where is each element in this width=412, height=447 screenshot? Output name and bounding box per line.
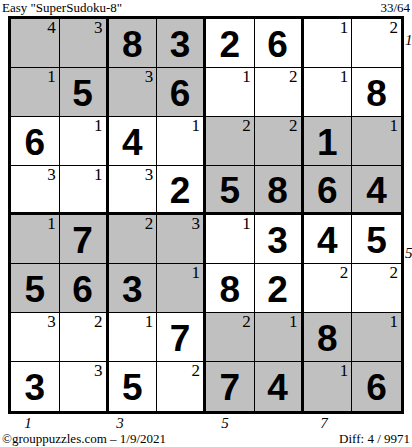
cell-r8c3[interactable]: 5 xyxy=(109,362,158,411)
pencil-mark: 1 xyxy=(340,18,349,38)
cell-value: 2 xyxy=(220,24,241,63)
pencil-mark: 2 xyxy=(242,312,251,332)
cell-r6c2[interactable]: 6 xyxy=(60,264,109,313)
cell-r8c4[interactable]: 2 xyxy=(157,362,206,411)
cell-r8c1[interactable]: 3 xyxy=(11,362,60,411)
cell-value: 2 xyxy=(170,170,191,209)
pencil-mark: 1 xyxy=(192,116,201,136)
pencil-mark: 2 xyxy=(242,116,251,136)
cell-r7c3[interactable]: 1 xyxy=(109,313,158,362)
cell-value: 6 xyxy=(72,269,93,308)
cell-r3c7[interactable]: 1 xyxy=(304,117,353,166)
row-label-1: 1 xyxy=(405,33,412,48)
cell-r7c6[interactable]: 1 xyxy=(255,313,304,362)
pencil-mark: 1 xyxy=(242,214,251,234)
cell-value: 7 xyxy=(170,318,191,357)
cell-r5c6[interactable]: 3 xyxy=(255,215,304,264)
cell-r7c7[interactable]: 8 xyxy=(304,313,353,362)
cell-value: 1 xyxy=(317,122,338,161)
cell-value: 8 xyxy=(122,24,143,63)
pencil-mark: 1 xyxy=(289,312,298,332)
cell-r7c5[interactable]: 2 xyxy=(206,313,255,362)
cell-r8c2[interactable]: 3 xyxy=(60,362,109,411)
cell-r2c3[interactable]: 3 xyxy=(109,68,158,117)
cell-value: 8 xyxy=(220,269,241,308)
cell-r7c1[interactable]: 3 xyxy=(11,313,60,362)
cell-value: 7 xyxy=(72,220,93,259)
pencil-mark: 1 xyxy=(145,312,154,332)
cell-r4c1[interactable]: 3 xyxy=(11,166,60,215)
cell-r2c5[interactable]: 1 xyxy=(206,68,255,117)
cell-r7c2[interactable]: 2 xyxy=(60,313,109,362)
progress-counter: 33/64 xyxy=(380,0,410,15)
pencil-mark: 3 xyxy=(192,214,201,234)
pencil-mark: 4 xyxy=(47,18,56,38)
cell-r4c3[interactable]: 3 xyxy=(109,166,158,215)
cell-r1c7[interactable]: 1 xyxy=(304,19,353,68)
cell-r3c6[interactable]: 2 xyxy=(255,117,304,166)
cell-value: 6 xyxy=(170,73,191,112)
cell-value: 8 xyxy=(317,318,338,357)
pencil-mark: 1 xyxy=(47,214,56,234)
cell-r6c4[interactable]: 1 xyxy=(157,264,206,313)
pencil-mark: 2 xyxy=(145,214,154,234)
cell-r5c3[interactable]: 2 xyxy=(109,215,158,264)
cell-value: 6 xyxy=(317,170,338,209)
cell-r1c2[interactable]: 3 xyxy=(60,19,109,68)
copyright-text: ©grouppuzzles.com – 1/9/2021 xyxy=(2,431,166,446)
cell-r4c5[interactable]: 5 xyxy=(206,166,255,215)
pencil-mark: 1 xyxy=(340,67,349,87)
cell-value: 8 xyxy=(366,73,387,112)
cell-r2c2[interactable]: 5 xyxy=(60,68,109,117)
pencil-mark: 2 xyxy=(390,18,399,38)
pencil-mark: 2 xyxy=(340,263,349,283)
pencil-mark: 1 xyxy=(390,116,399,136)
cell-r1c5[interactable]: 2 xyxy=(206,19,255,68)
cell-value: 6 xyxy=(267,24,288,63)
cell-r2c7[interactable]: 1 xyxy=(304,68,353,117)
cell-r6c6[interactable]: 2 xyxy=(255,264,304,313)
cell-value: 5 xyxy=(366,220,387,259)
cell-value: 5 xyxy=(25,269,46,308)
cell-r1c8[interactable]: 2 xyxy=(352,19,401,68)
cell-value: 7 xyxy=(220,367,241,406)
cell-r1c6[interactable]: 6 xyxy=(255,19,304,68)
cell-value: 5 xyxy=(122,367,143,406)
cell-r5c8[interactable]: 5 xyxy=(352,215,401,264)
pencil-mark: 2 xyxy=(94,312,103,332)
cell-r7c4[interactable]: 7 xyxy=(157,313,206,362)
cell-r2c8[interactable]: 8 xyxy=(352,68,401,117)
pencil-mark: 3 xyxy=(47,165,56,185)
cell-r3c3[interactable]: 4 xyxy=(109,117,158,166)
cell-r2c1[interactable]: 1 xyxy=(11,68,60,117)
row-label-5: 5 xyxy=(405,246,412,261)
cell-value: 6 xyxy=(25,122,46,161)
cell-r6c5[interactable]: 8 xyxy=(206,264,255,313)
sudoku-board: 4383261215361218614122113132586417231345… xyxy=(8,16,404,414)
col-label-1: 1 xyxy=(18,416,38,431)
cell-value: 4 xyxy=(122,122,143,161)
cell-r3c4[interactable]: 1 xyxy=(157,117,206,166)
cell-value: 3 xyxy=(122,269,143,308)
cell-value: 5 xyxy=(72,73,93,112)
pencil-mark: 1 xyxy=(94,165,103,185)
cell-r4c2[interactable]: 1 xyxy=(60,166,109,215)
cell-r3c2[interactable]: 1 xyxy=(60,117,109,166)
cell-value: 6 xyxy=(366,367,387,406)
pencil-mark: 1 xyxy=(192,263,201,283)
cell-r1c1[interactable]: 4 xyxy=(11,19,60,68)
pencil-mark: 3 xyxy=(94,361,103,381)
pencil-mark: 2 xyxy=(289,116,298,136)
cell-r2c4[interactable]: 6 xyxy=(157,68,206,117)
cell-r4c8[interactable]: 4 xyxy=(352,166,401,215)
footer: ©grouppuzzles.com – 1/9/2021 Diff: 4 / 9… xyxy=(2,431,410,446)
cell-r6c3[interactable]: 3 xyxy=(109,264,158,313)
difficulty-text: Diff: 4 / 9971 xyxy=(339,431,410,446)
col-label-7: 7 xyxy=(314,416,334,431)
cell-value: 4 xyxy=(317,220,338,259)
cell-r2c6[interactable]: 2 xyxy=(255,68,304,117)
cell-r4c7[interactable]: 6 xyxy=(304,166,353,215)
cell-r8c5[interactable]: 7 xyxy=(206,362,255,411)
pencil-mark: 2 xyxy=(289,67,298,87)
cell-r1c4[interactable]: 3 xyxy=(157,19,206,68)
cell-value: 2 xyxy=(267,269,288,308)
pencil-mark: 1 xyxy=(242,67,251,87)
cell-value: 3 xyxy=(170,24,191,63)
cell-r8c6[interactable]: 4 xyxy=(255,362,304,411)
cell-r6c8[interactable]: 2 xyxy=(352,264,401,313)
cell-r6c7[interactable]: 2 xyxy=(304,264,353,313)
cell-r8c7[interactable]: 1 xyxy=(304,362,353,411)
pencil-mark: 3 xyxy=(47,312,56,332)
cell-value: 3 xyxy=(267,220,288,259)
pencil-mark: 1 xyxy=(390,312,399,332)
pencil-mark: 3 xyxy=(94,18,103,38)
pencil-mark: 3 xyxy=(145,67,154,87)
pencil-mark: 2 xyxy=(390,263,399,283)
pencil-mark: 1 xyxy=(47,67,56,87)
pencil-mark: 3 xyxy=(145,165,154,185)
cell-r4c4[interactable]: 2 xyxy=(157,166,206,215)
cell-r8c8[interactable]: 6 xyxy=(352,362,401,411)
col-label-3: 3 xyxy=(110,416,130,431)
col-label-5: 5 xyxy=(215,416,235,431)
cell-r1c3[interactable]: 8 xyxy=(109,19,158,68)
cell-value: 3 xyxy=(25,367,46,406)
cell-value: 5 xyxy=(220,170,241,209)
cell-value: 4 xyxy=(267,367,288,406)
cell-r5c5[interactable]: 1 xyxy=(206,215,255,264)
cell-value: 8 xyxy=(267,170,288,209)
cell-r3c1[interactable]: 6 xyxy=(11,117,60,166)
cell-r5c2[interactable]: 7 xyxy=(60,215,109,264)
header: Easy "SuperSudoku-8" 33/64 xyxy=(2,0,410,15)
pencil-mark: 1 xyxy=(94,116,103,136)
cell-r5c7[interactable]: 4 xyxy=(304,215,353,264)
cell-r5c4[interactable]: 3 xyxy=(157,215,206,264)
pencil-mark: 1 xyxy=(340,361,349,381)
cell-r7c8[interactable]: 1 xyxy=(352,313,401,362)
cell-r3c5[interactable]: 2 xyxy=(206,117,255,166)
cell-value: 4 xyxy=(366,170,387,209)
cell-r4c6[interactable]: 8 xyxy=(255,166,304,215)
pencil-mark: 2 xyxy=(192,361,201,381)
sudoku-page: Easy "SuperSudoku-8" 33/64 4383261215361… xyxy=(0,0,412,447)
cell-r3c8[interactable]: 1 xyxy=(352,117,401,166)
cell-r6c1[interactable]: 5 xyxy=(11,264,60,313)
puzzle-title: Easy "SuperSudoku-8" xyxy=(2,0,122,15)
cell-r5c1[interactable]: 1 xyxy=(11,215,60,264)
